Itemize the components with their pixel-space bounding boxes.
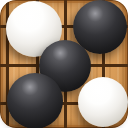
white-stone[interactable] xyxy=(78,77,128,127)
black-stone[interactable] xyxy=(7,73,63,128)
go-app-icon[interactable] xyxy=(0,0,128,128)
stones-layer xyxy=(0,0,128,128)
